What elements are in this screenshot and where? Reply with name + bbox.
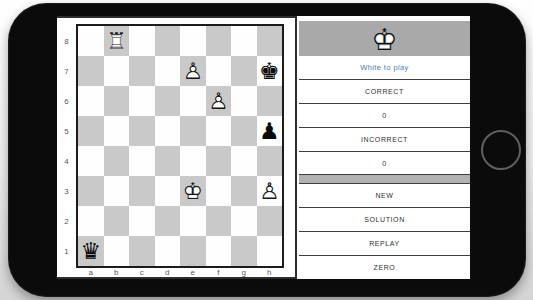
square-b8[interactable]: ♜♖ <box>104 26 130 56</box>
white-king-icon: ♚♔ <box>299 23 470 56</box>
square-h3[interactable]: ♟♙ <box>257 176 283 206</box>
correct-value: 0 <box>382 112 387 119</box>
replay-button[interactable]: REPLAY <box>299 231 470 255</box>
square-a5[interactable] <box>78 116 104 146</box>
square-e3[interactable]: ♚♔ <box>180 176 206 206</box>
separator-bar <box>299 174 470 183</box>
replay-button-label: REPLAY <box>369 240 400 247</box>
rank-label-8: 8 <box>57 26 76 56</box>
square-d1[interactable] <box>155 236 181 266</box>
file-label-d: d <box>155 268 181 280</box>
square-f5[interactable] <box>206 116 232 146</box>
incorrect-label-row: INCORRECT <box>299 127 470 151</box>
square-h4[interactable] <box>257 146 283 176</box>
white-pawn: ♟♙ <box>257 176 283 206</box>
square-a2[interactable] <box>78 206 104 236</box>
square-a3[interactable] <box>78 176 104 206</box>
square-a6[interactable] <box>78 86 104 116</box>
square-d2[interactable] <box>155 206 181 236</box>
rank-label-3: 3 <box>57 176 76 206</box>
status-text: White to play <box>360 63 409 72</box>
black-king: ♚ <box>257 56 283 86</box>
square-d6[interactable] <box>155 86 181 116</box>
square-a4[interactable] <box>78 146 104 176</box>
solution-button[interactable]: SOLUTION <box>299 207 470 231</box>
status-row: White to play <box>299 56 470 79</box>
rank-label-1: 1 <box>57 236 76 266</box>
file-label-f: f <box>206 268 232 280</box>
square-e6[interactable] <box>180 86 206 116</box>
square-d8[interactable] <box>155 26 181 56</box>
rank-label-7: 7 <box>57 56 76 86</box>
square-a1[interactable]: ♛ <box>78 236 104 266</box>
square-g8[interactable] <box>231 26 257 56</box>
square-g7[interactable] <box>231 56 257 86</box>
square-h5[interactable]: ♟ <box>257 116 283 146</box>
panel-rows: White to play CORRECT 0 INCORRECT 0 <box>299 56 470 279</box>
square-b6[interactable] <box>104 86 130 116</box>
square-c7[interactable] <box>129 56 155 86</box>
square-c8[interactable] <box>129 26 155 56</box>
solution-button-label: SOLUTION <box>364 216 405 223</box>
square-g2[interactable] <box>231 206 257 236</box>
square-e2[interactable] <box>180 206 206 236</box>
file-label-e: e <box>180 268 206 280</box>
panel-header: ♚♔ <box>299 21 470 56</box>
chess-board[interactable]: ♜♖♟♙♚♟♙♟♚♔♟♙♛ <box>76 24 284 268</box>
square-g5[interactable] <box>231 116 257 146</box>
square-g6[interactable] <box>231 86 257 116</box>
square-e1[interactable] <box>180 236 206 266</box>
rank-label-4: 4 <box>57 146 76 176</box>
square-b3[interactable] <box>104 176 130 206</box>
square-e7[interactable]: ♟♙ <box>180 56 206 86</box>
square-d7[interactable] <box>155 56 181 86</box>
square-c3[interactable] <box>129 176 155 206</box>
correct-label-row: CORRECT <box>299 79 470 103</box>
square-b1[interactable] <box>104 236 130 266</box>
square-f6[interactable]: ♟♙ <box>206 86 232 116</box>
square-c1[interactable] <box>129 236 155 266</box>
square-e5[interactable] <box>180 116 206 146</box>
white-king: ♚♔ <box>180 176 206 206</box>
new-button-label: NEW <box>375 192 393 199</box>
square-c5[interactable] <box>129 116 155 146</box>
incorrect-value: 0 <box>382 160 387 167</box>
file-label-c: c <box>129 268 155 280</box>
square-d4[interactable] <box>155 146 181 176</box>
new-button[interactable]: NEW <box>299 183 470 207</box>
square-h7[interactable]: ♚ <box>257 56 283 86</box>
zero-button[interactable]: ZERO <box>299 255 470 279</box>
square-h1[interactable] <box>257 236 283 266</box>
white-pawn: ♟♙ <box>206 86 232 116</box>
square-c4[interactable] <box>129 146 155 176</box>
square-h8[interactable] <box>257 26 283 56</box>
rank-label-6: 6 <box>57 86 76 116</box>
zero-button-label: ZERO <box>374 264 396 271</box>
file-label-b: b <box>104 268 130 280</box>
square-f1[interactable] <box>206 236 232 266</box>
square-g1[interactable] <box>231 236 257 266</box>
phone-frame: 87654321 ♜♖♟♙♚♟♙♟♚♔♟♙♛ abcdefgh ♚♔ White… <box>8 3 526 297</box>
home-button[interactable] <box>481 130 521 170</box>
file-label-h: h <box>257 268 283 280</box>
rank-label-5: 5 <box>57 116 76 146</box>
photo-background: 87654321 ♜♖♟♙♚♟♙♟♚♔♟♙♛ abcdefgh ♚♔ White… <box>0 0 533 300</box>
chess-board-widget: 87654321 ♜♖♟♙♚♟♙♟♚♔♟♙♛ abcdefgh <box>57 16 297 279</box>
square-g3[interactable] <box>231 176 257 206</box>
incorrect-label: INCORRECT <box>361 136 408 143</box>
correct-value-row: 0 <box>299 103 470 127</box>
square-a7[interactable] <box>78 56 104 86</box>
app-screen: 87654321 ♜♖♟♙♚♟♙♟♚♔♟♙♛ abcdefgh ♚♔ White… <box>57 16 470 279</box>
square-f3[interactable] <box>206 176 232 206</box>
black-pawn: ♟ <box>257 116 283 146</box>
correct-label: CORRECT <box>365 88 404 95</box>
rank-label-2: 2 <box>57 206 76 236</box>
square-g4[interactable] <box>231 146 257 176</box>
white-pawn: ♟♙ <box>180 56 206 86</box>
square-h6[interactable] <box>257 86 283 116</box>
file-labels: abcdefgh <box>78 268 282 280</box>
square-b7[interactable] <box>104 56 130 86</box>
square-e8[interactable] <box>180 26 206 56</box>
incorrect-value-row: 0 <box>299 151 470 175</box>
square-d5[interactable] <box>155 116 181 146</box>
square-f8[interactable] <box>206 26 232 56</box>
square-c2[interactable] <box>129 206 155 236</box>
square-h2[interactable] <box>257 206 283 236</box>
file-label-g: g <box>231 268 257 280</box>
square-d3[interactable] <box>155 176 181 206</box>
file-label-a: a <box>78 268 104 280</box>
square-f7[interactable] <box>206 56 232 86</box>
square-b4[interactable] <box>104 146 130 176</box>
rank-labels: 87654321 <box>57 26 76 266</box>
square-f4[interactable] <box>206 146 232 176</box>
square-f2[interactable] <box>206 206 232 236</box>
black-queen: ♛ <box>78 236 104 266</box>
square-c6[interactable] <box>129 86 155 116</box>
square-e4[interactable] <box>180 146 206 176</box>
square-a8[interactable] <box>78 26 104 56</box>
white-rook: ♜♖ <box>104 26 130 56</box>
side-panel: ♚♔ White to play CORRECT 0 INCORRECT <box>299 16 470 279</box>
square-b2[interactable] <box>104 206 130 236</box>
square-b5[interactable] <box>104 116 130 146</box>
